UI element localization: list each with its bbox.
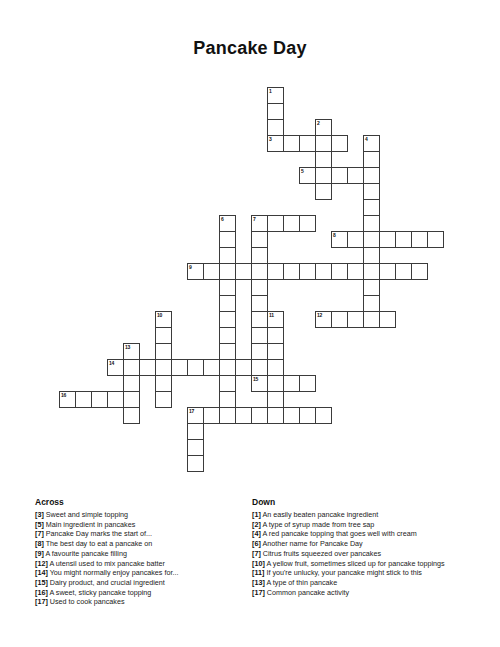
grid-cell[interactable]: [315, 407, 332, 424]
clue-item: [15] Dairy product, and crucial ingredie…: [35, 578, 245, 588]
across-heading: Across: [35, 497, 245, 507]
grid-cell[interactable]: 15: [251, 375, 268, 392]
grid-cell[interactable]: [235, 359, 252, 376]
cell-number: 9: [189, 264, 191, 270]
cell-number: 15: [253, 376, 258, 382]
grid-cell[interactable]: [363, 311, 380, 328]
grid-cell[interactable]: [331, 311, 348, 328]
clue-item: [14] You might normally enjoy pancakes f…: [35, 568, 245, 578]
grid-cell[interactable]: [363, 231, 380, 248]
grid-cell[interactable]: [123, 391, 140, 408]
grid-cell[interactable]: [123, 359, 140, 376]
grid-cell[interactable]: [267, 119, 284, 136]
grid-cell[interactable]: [315, 167, 332, 184]
grid-cell[interactable]: [315, 135, 332, 152]
grid-cell[interactable]: [187, 423, 204, 440]
grid-cell[interactable]: [283, 407, 300, 424]
grid-cell[interactable]: [251, 343, 268, 360]
clue-item: [17] Common pancake activity: [252, 588, 492, 598]
grid-cell[interactable]: [155, 359, 172, 376]
grid-cell[interactable]: [363, 247, 380, 264]
cell-number: 1: [269, 88, 271, 94]
grid-cell[interactable]: [331, 135, 348, 152]
grid-cell[interactable]: [139, 359, 156, 376]
clue-item: [2] A type of syrup made from tree sap: [252, 520, 492, 530]
grid-cell[interactable]: [219, 263, 236, 280]
grid-cell[interactable]: [251, 247, 268, 264]
grid-cell[interactable]: [395, 263, 412, 280]
grid-cell[interactable]: 3: [267, 135, 284, 152]
puzzle-title: Pancake Day: [0, 38, 500, 59]
grid-cell[interactable]: 6: [219, 215, 236, 232]
grid-cell[interactable]: 1: [267, 87, 284, 104]
grid-cell[interactable]: [299, 135, 316, 152]
cell-number: 17: [189, 408, 194, 414]
grid-cell[interactable]: [267, 263, 284, 280]
grid-cell[interactable]: [283, 215, 300, 232]
clue-item: [5] Main ingredient in pancakes: [35, 520, 245, 530]
grid-cell[interactable]: [155, 343, 172, 360]
grid-cell[interactable]: [267, 359, 284, 376]
grid-cell[interactable]: [363, 151, 380, 168]
grid-cell[interactable]: [315, 151, 332, 168]
grid-cell[interactable]: [251, 295, 268, 312]
grid-cell[interactable]: [347, 167, 364, 184]
grid-cell[interactable]: [347, 263, 364, 280]
grid-cell[interactable]: [171, 359, 188, 376]
grid-cell[interactable]: [219, 231, 236, 248]
grid-cell[interactable]: 17: [187, 407, 204, 424]
grid-cell[interactable]: [219, 343, 236, 360]
down-heading: Down: [252, 497, 492, 507]
grid-cell[interactable]: [219, 327, 236, 344]
down-column: Down [1] An easily beaten pancake ingred…: [252, 497, 492, 597]
grid-cell[interactable]: 12: [315, 311, 332, 328]
grid-cell[interactable]: [219, 391, 236, 408]
grid-cell[interactable]: [187, 359, 204, 376]
grid-cell[interactable]: 11: [267, 311, 284, 328]
grid-cell[interactable]: 4: [363, 135, 380, 152]
grid-cell[interactable]: [219, 279, 236, 296]
grid-cell[interactable]: [395, 231, 412, 248]
grid-cell[interactable]: [267, 343, 284, 360]
grid-cell[interactable]: [187, 455, 204, 472]
grid-cell[interactable]: [363, 295, 380, 312]
grid-cell[interactable]: [347, 311, 364, 328]
grid-cell[interactable]: 9: [187, 263, 204, 280]
grid-cell[interactable]: [251, 407, 268, 424]
cell-number: 8: [333, 232, 335, 238]
grid-cell[interactable]: [427, 231, 444, 248]
clue-item: [7] Pancake Day marks the start of...: [35, 529, 245, 539]
grid-cell[interactable]: [203, 359, 220, 376]
cell-number: 3: [269, 136, 271, 142]
grid-cell[interactable]: [283, 263, 300, 280]
clue-item: [7] Citrus fruits squeezed over pancakes: [252, 549, 492, 559]
grid-cell[interactable]: 2: [315, 119, 332, 136]
grid-cell[interactable]: [299, 263, 316, 280]
grid-cell[interactable]: [219, 407, 236, 424]
clue-item: [13] A type of thin pancake: [252, 578, 492, 588]
clue-item: [6] Another name for Pancake Day: [252, 539, 492, 549]
clue-item: [3] Sweet and simple topping: [35, 510, 245, 520]
clue-item: [16] A sweet, sticky pancake topping: [35, 588, 245, 598]
cell-number: 5: [301, 168, 303, 174]
grid-cell[interactable]: [331, 263, 348, 280]
grid-cell[interactable]: 5: [299, 167, 316, 184]
grid-cell[interactable]: [363, 215, 380, 232]
grid-cell[interactable]: [91, 391, 108, 408]
grid-cell[interactable]: [267, 215, 284, 232]
grid-cell[interactable]: 8: [331, 231, 348, 248]
grid-cell[interactable]: [299, 407, 316, 424]
grid-cell[interactable]: [203, 407, 220, 424]
grid-cell[interactable]: 16: [59, 391, 76, 408]
grid-cell[interactable]: [411, 263, 428, 280]
grid-cell[interactable]: [251, 263, 268, 280]
grid-cell[interactable]: [123, 375, 140, 392]
grid-cell[interactable]: [219, 375, 236, 392]
grid-cell[interactable]: 13: [123, 343, 140, 360]
across-clues: [3] Sweet and simple topping[5] Main ing…: [35, 510, 245, 607]
grid-cell[interactable]: [235, 263, 252, 280]
grid-cell[interactable]: [123, 407, 140, 424]
clue-item: [12] A utensil used to mix pancake batte…: [35, 559, 245, 569]
grid-cell[interactable]: [299, 375, 316, 392]
grid-cell[interactable]: [235, 407, 252, 424]
grid-cell[interactable]: [251, 311, 268, 328]
grid-cell[interactable]: [379, 263, 396, 280]
cell-number: 4: [365, 136, 367, 142]
grid-cell[interactable]: [347, 231, 364, 248]
grid-cell[interactable]: [363, 279, 380, 296]
grid-cell[interactable]: 7: [251, 215, 268, 232]
grid-cell[interactable]: [379, 311, 396, 328]
grid-cell[interactable]: [315, 263, 332, 280]
cell-number: 14: [109, 360, 114, 366]
cell-number: 16: [61, 392, 66, 398]
grid-cell[interactable]: [283, 135, 300, 152]
down-clues: [1] An easily beaten pancake ingredient[…: [252, 510, 492, 597]
grid-cell[interactable]: [363, 199, 380, 216]
grid-cell[interactable]: 10: [155, 311, 172, 328]
grid-cell[interactable]: [155, 391, 172, 408]
grid-cell[interactable]: [251, 279, 268, 296]
cell-number: 10: [157, 312, 162, 318]
grid-cell[interactable]: [363, 167, 380, 184]
clue-item: [8] The best day to eat a pancake on: [35, 539, 245, 549]
grid-cell[interactable]: [299, 215, 316, 232]
grid-cell[interactable]: [331, 167, 348, 184]
cell-number: 12: [317, 312, 322, 318]
grid-cell[interactable]: [219, 295, 236, 312]
clue-item: [11] If you're unlucky, your pancake mig…: [252, 568, 492, 578]
grid-cell[interactable]: [283, 375, 300, 392]
grid-cell[interactable]: [187, 439, 204, 456]
grid-cell[interactable]: [251, 327, 268, 344]
grid-cell[interactable]: [251, 231, 268, 248]
grid-cell[interactable]: [251, 359, 268, 376]
clue-item: [4] A red pancake topping that goes well…: [252, 529, 492, 539]
grid-cell[interactable]: [155, 327, 172, 344]
grid-cell[interactable]: [107, 391, 124, 408]
grid-cell[interactable]: 14: [107, 359, 124, 376]
grid-cell[interactable]: [363, 263, 380, 280]
grid-cell[interactable]: [267, 103, 284, 120]
grid-cell[interactable]: [267, 327, 284, 344]
crossword-grid: 1234567891011121314151617: [59, 87, 445, 473]
grid-cell[interactable]: [219, 247, 236, 264]
clue-item: [10] A yellow fruit, sometimes sliced up…: [252, 559, 492, 569]
grid-cell[interactable]: [219, 311, 236, 328]
cell-number: 13: [125, 344, 130, 350]
grid-cell[interactable]: [411, 231, 428, 248]
across-column: Across [3] Sweet and simple topping[5] M…: [35, 497, 245, 607]
clue-item: [17] Used to cook pancakes: [35, 597, 245, 607]
grid-cell[interactable]: [267, 375, 284, 392]
cell-number: 7: [253, 216, 255, 222]
cell-number: 11: [269, 312, 274, 318]
grid-cell[interactable]: [203, 263, 220, 280]
grid-cell[interactable]: [219, 359, 236, 376]
cell-number: 2: [317, 120, 319, 126]
grid-cell[interactable]: [75, 391, 92, 408]
grid-cell[interactable]: [267, 407, 284, 424]
clue-item: [9] A favourite pancake filling: [35, 549, 245, 559]
grid-cell[interactable]: [379, 231, 396, 248]
clue-item: [1] An easily beaten pancake ingredient: [252, 510, 492, 520]
grid-cell[interactable]: [363, 183, 380, 200]
grid-cell[interactable]: [267, 391, 284, 408]
cell-number: 6: [221, 216, 223, 222]
grid-cell[interactable]: [155, 375, 172, 392]
grid-cell[interactable]: [315, 183, 332, 200]
